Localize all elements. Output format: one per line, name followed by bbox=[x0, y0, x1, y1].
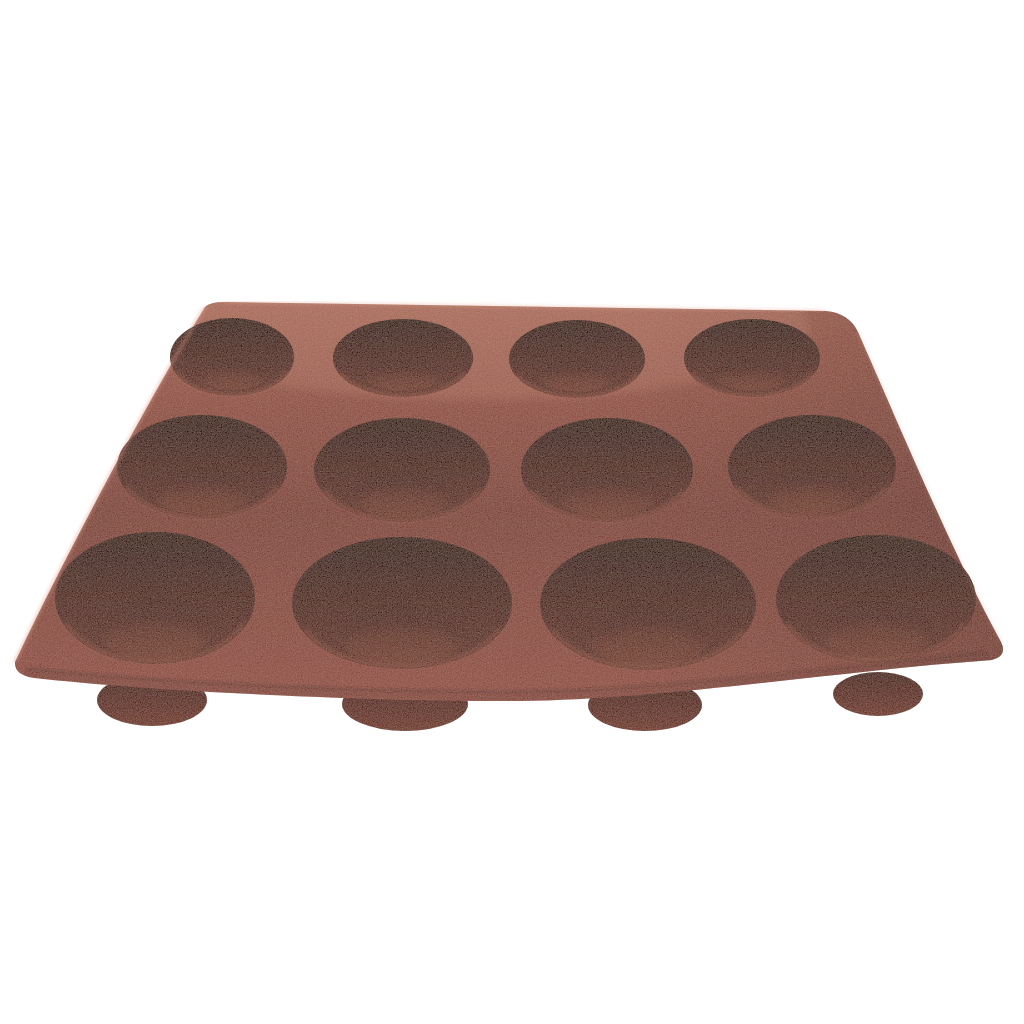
muffin-cup-r1c2 bbox=[333, 319, 473, 397]
muffin-cup-r1c4 bbox=[684, 319, 820, 397]
muffin-cup-r1c1 bbox=[170, 318, 294, 396]
muffin-pan bbox=[15, 256, 1024, 731]
muffin-cup-r2c4 bbox=[728, 415, 896, 519]
muffin-cup-r3c3 bbox=[540, 538, 756, 670]
cup-floor-sheen bbox=[771, 486, 854, 512]
muffin-cup-r3c1 bbox=[55, 532, 255, 664]
muffin-cup-r1c3 bbox=[509, 320, 645, 398]
muffin-cup-r2c1 bbox=[117, 415, 287, 519]
muffin-pan-photo bbox=[0, 0, 1024, 1024]
cup-floor-sheen bbox=[720, 372, 785, 389]
cup-floor-sheen bbox=[565, 489, 650, 515]
cup-floor-sheen bbox=[160, 486, 244, 512]
cup-floor-sheen bbox=[370, 372, 437, 389]
cup-floor-sheen bbox=[202, 371, 261, 388]
cup-floor-sheen bbox=[827, 624, 926, 658]
cup-floor-sheen bbox=[595, 629, 701, 664]
cup-foot-4 bbox=[833, 672, 923, 716]
cup-floor-sheen bbox=[545, 373, 610, 390]
cup-floor-sheen bbox=[106, 623, 205, 658]
cup-floor-sheen bbox=[359, 489, 446, 515]
muffin-cup-r2c2 bbox=[314, 418, 490, 522]
product-photo bbox=[0, 0, 1024, 1024]
muffin-cup-r3c2 bbox=[292, 537, 512, 669]
muffin-cup-r3c4 bbox=[776, 535, 976, 663]
muffin-cup-r2c3 bbox=[521, 418, 693, 522]
cup-floor-sheen bbox=[348, 628, 456, 663]
